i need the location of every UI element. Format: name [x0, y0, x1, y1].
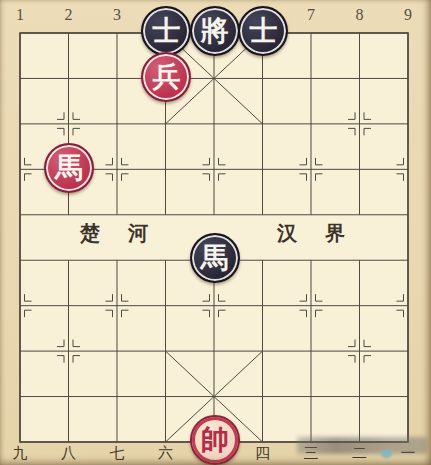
- piece-black-horse[interactable]: 馬: [190, 233, 240, 283]
- piece-red-horse[interactable]: 馬: [44, 143, 94, 193]
- pieces-layer: 士將士兵馬馬帥: [0, 10, 431, 464]
- xiangqi-board-screenshot: 123456789 九八七六五四三二一 楚河 汉界 士將士兵馬馬帥: [0, 0, 431, 465]
- watermark-icon: [381, 449, 392, 458]
- piece-black-general[interactable]: 將: [190, 6, 240, 56]
- piece-black-advisor[interactable]: 士: [238, 6, 288, 56]
- piece-red-general[interactable]: 帥: [190, 415, 240, 465]
- piece-red-soldier[interactable]: 兵: [141, 52, 191, 102]
- watermark-smudge: [297, 437, 427, 454]
- piece-black-advisor[interactable]: 士: [141, 6, 191, 56]
